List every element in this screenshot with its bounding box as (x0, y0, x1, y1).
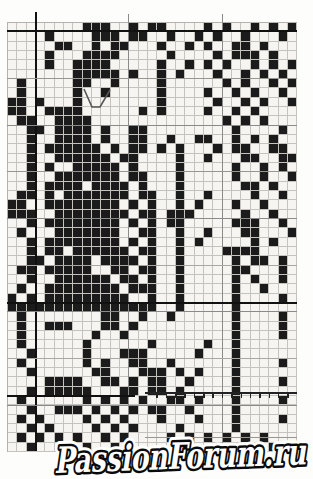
grid-cell (176, 405, 185, 414)
grid-cell (17, 377, 26, 386)
grid-cell (17, 322, 26, 331)
grid-cell (101, 284, 110, 293)
grid-cell (17, 415, 26, 424)
grid-cell (148, 424, 157, 433)
row-line-b31 (7, 311, 297, 312)
grid-cell (279, 247, 288, 256)
grid-cell (64, 182, 73, 191)
grid-cell (167, 79, 176, 88)
grid-cell (251, 126, 260, 135)
grid-cell (288, 340, 297, 349)
grid-cell (55, 322, 64, 331)
grid-cell (204, 182, 213, 191)
grid-cell (36, 247, 45, 256)
grid-cell (148, 172, 157, 181)
grid-cell (139, 32, 148, 41)
grid-cell (223, 172, 232, 181)
grid-cell (279, 312, 288, 321)
grid-cell (55, 266, 64, 275)
grid-cell (288, 51, 297, 60)
grid-cell (101, 107, 110, 116)
grid-cell (167, 322, 176, 331)
grid-cell (148, 200, 157, 209)
grid-cell (279, 88, 288, 97)
grid-cell (204, 443, 213, 452)
grid-cell (64, 322, 73, 331)
grid-cell (92, 275, 101, 284)
grid-cell (101, 172, 110, 181)
grid-cell (64, 443, 73, 452)
grid-cell (8, 88, 17, 97)
grid-cell (111, 266, 120, 275)
grid-cell (45, 154, 54, 163)
grid-cell (185, 200, 194, 209)
grid-cell (157, 322, 166, 331)
grid-cell (55, 126, 64, 135)
grid-cell (204, 377, 213, 386)
grid-cell (185, 154, 194, 163)
grid-cell (185, 247, 194, 256)
grid-cell (251, 154, 260, 163)
grid-cell (45, 368, 54, 377)
fringe-tick (175, 392, 176, 398)
grid-cell (232, 144, 241, 153)
grid-cell (260, 126, 269, 135)
grid-cell (73, 79, 82, 88)
grid-cell (195, 135, 204, 144)
grid-cell (251, 322, 260, 331)
grid-cell (129, 340, 138, 349)
grid-cell (269, 266, 278, 275)
grid-cell (17, 144, 26, 153)
grid-cell (83, 60, 92, 69)
grid-cell (167, 312, 176, 321)
grid-cell (45, 107, 54, 116)
grid-cell (241, 182, 250, 191)
grid-cell (223, 88, 232, 97)
grid-cell (167, 377, 176, 386)
grid-cell (92, 42, 101, 51)
grid-cell (185, 331, 194, 340)
grid-cell (8, 200, 17, 209)
grid-cell (92, 32, 101, 41)
grid-cell (288, 154, 297, 163)
grid-cell (167, 238, 176, 247)
grid-cell (157, 135, 166, 144)
grid-cell (111, 433, 120, 442)
fringe-tick (212, 392, 213, 398)
grid-cell (232, 228, 241, 237)
grid-cell (232, 126, 241, 135)
grid-cell (83, 284, 92, 293)
grid-cell (185, 424, 194, 433)
grid-cell (204, 415, 213, 424)
grid-cell (92, 200, 101, 209)
grid-cell (129, 51, 138, 60)
grid-cell (176, 368, 185, 377)
grid-cell (269, 415, 278, 424)
grid-cell (241, 424, 250, 433)
grid-cell (288, 79, 297, 88)
grid-cell (8, 60, 17, 69)
grid-cell (8, 368, 17, 377)
grid-cell (232, 284, 241, 293)
grid-cell (92, 322, 101, 331)
grid-cell (279, 42, 288, 51)
grid-cell (269, 126, 278, 135)
grid-cell (55, 433, 64, 442)
grid-cell (223, 340, 232, 349)
grid-cell (129, 219, 138, 228)
grid-cell (17, 238, 26, 247)
grid-cell (157, 377, 166, 386)
grid-cell (157, 368, 166, 377)
grid-cell (223, 51, 232, 60)
grid-cell (269, 182, 278, 191)
grid-cell (269, 135, 278, 144)
grid-cell (45, 135, 54, 144)
grid-cell (157, 219, 166, 228)
grid-cell (148, 322, 157, 331)
grid-cell (157, 172, 166, 181)
grid-cell (157, 182, 166, 191)
grid-cell (45, 284, 54, 293)
grid-cell (251, 405, 260, 414)
grid-cell (17, 275, 26, 284)
grid-cell (195, 172, 204, 181)
grid-cell (204, 42, 213, 51)
grid-cell (176, 182, 185, 191)
grid-cell (167, 32, 176, 41)
grid-cell (260, 228, 269, 237)
grid-cell (157, 424, 166, 433)
grid-cell (223, 135, 232, 144)
grid-cell (83, 200, 92, 209)
grid-cell (251, 42, 260, 51)
grid-cell (167, 228, 176, 237)
grid-cell (260, 322, 269, 331)
grid-cell (223, 219, 232, 228)
grid-cell (8, 126, 17, 135)
grid-cell (36, 443, 45, 452)
grid-cell (232, 182, 241, 191)
grid-cell (223, 368, 232, 377)
grid-cell (83, 51, 92, 60)
grid-cell (260, 98, 269, 107)
grid-cell (241, 107, 250, 116)
grid-cell (92, 79, 101, 88)
grid-cell (17, 368, 26, 377)
grid-cell (195, 107, 204, 116)
grid-cell (288, 42, 297, 51)
grid-cell (279, 405, 288, 414)
grid-cell (251, 424, 260, 433)
grid-cell (204, 405, 213, 414)
grid-cell (92, 154, 101, 163)
grid-cell (73, 359, 82, 368)
fringe-tick (231, 392, 232, 398)
grid-cell (204, 266, 213, 275)
pattern-chart-page: PassionForum.ru PassionForum.ru (0, 0, 313, 479)
grid-cell (139, 424, 148, 433)
grid-cell (269, 377, 278, 386)
grid-cell (45, 172, 54, 181)
grid-cell (232, 79, 241, 88)
grid-cell (167, 144, 176, 153)
grid-cell (55, 88, 64, 97)
grid-cell (241, 238, 250, 247)
grid-cell (185, 79, 194, 88)
grid-cell (55, 60, 64, 69)
grid-cell (241, 144, 250, 153)
grid-cell (139, 275, 148, 284)
grid-cell (251, 60, 260, 69)
grid-cell (64, 98, 73, 107)
grid-cell (232, 322, 241, 331)
grid-cell (17, 79, 26, 88)
grid-cell (195, 88, 204, 97)
grid-cell (101, 266, 110, 275)
grid-cell (139, 284, 148, 293)
grid-cell (251, 172, 260, 181)
grid-cell (288, 415, 297, 424)
grid-cell (8, 322, 17, 331)
grid-cell (111, 154, 120, 163)
grid-cell (8, 415, 17, 424)
grid-cell (251, 228, 260, 237)
grid-cell (176, 266, 185, 275)
grid-cell (157, 228, 166, 237)
grid-cell (157, 126, 166, 135)
grid-cell (83, 135, 92, 144)
grid-cell (232, 88, 241, 97)
grid-cell (279, 172, 288, 181)
grid-cell (251, 275, 260, 284)
grid-cell (167, 284, 176, 293)
grid-cell (55, 405, 64, 414)
grid-cell (73, 42, 82, 51)
grid-cell (64, 359, 73, 368)
grid-cell (101, 219, 110, 228)
grid-cell (83, 182, 92, 191)
grid-cell (64, 219, 73, 228)
grid-cell (73, 312, 82, 321)
grid-cell (176, 172, 185, 181)
grid-cell (92, 424, 101, 433)
grid-cell (8, 219, 17, 228)
grid-cell (73, 405, 82, 414)
grid-cell (185, 135, 194, 144)
grid-cell (83, 405, 92, 414)
grid-cell (204, 359, 213, 368)
grid-cell (129, 200, 138, 209)
grid-cell (101, 312, 110, 321)
grid-cell (73, 98, 82, 107)
row-line-b41 (7, 405, 297, 406)
grid-cell (36, 377, 45, 386)
grid-cell (36, 144, 45, 153)
grid-cell (251, 191, 260, 200)
grid-cell (101, 51, 110, 60)
grid-cell (36, 126, 45, 135)
grid-cell (45, 247, 54, 256)
grid-cell (157, 88, 166, 97)
grid-cell (8, 238, 17, 247)
grid-cell (55, 42, 64, 51)
grid-cell (167, 433, 176, 442)
grid-cell (195, 340, 204, 349)
grid-cell (45, 42, 54, 51)
grid-cell (129, 331, 138, 340)
grid-cell (269, 60, 278, 69)
row-line-b16 (7, 171, 297, 172)
grid-cell (8, 266, 17, 275)
grid-cell (148, 247, 157, 256)
grid-cell (288, 322, 297, 331)
grid-cell (195, 284, 204, 293)
grid-cell (185, 415, 194, 424)
grid-cell (279, 322, 288, 331)
grid-cell (167, 443, 176, 452)
grid-cell (288, 191, 297, 200)
grid-cell (269, 98, 278, 107)
grid-cell (260, 284, 269, 293)
grid-cell (204, 340, 213, 349)
grid-cell (241, 359, 250, 368)
grid-cell (185, 60, 194, 69)
grid-cell (45, 377, 54, 386)
grid-cell (139, 191, 148, 200)
grid-cell (232, 135, 241, 144)
grid-cell (129, 60, 138, 69)
grid-cell (148, 98, 157, 107)
grid-cell (204, 368, 213, 377)
grid-cell (288, 172, 297, 181)
grid-cell (279, 368, 288, 377)
grid-cell (279, 154, 288, 163)
grid-cell (223, 424, 232, 433)
grid-cell (45, 443, 54, 452)
grid-cell (157, 191, 166, 200)
grid-cell (148, 51, 157, 60)
grid-cell (288, 284, 297, 293)
grid-cell (232, 405, 241, 414)
grid-cell (223, 182, 232, 191)
grid-cell (83, 322, 92, 331)
grid-cell (17, 51, 26, 60)
grid-cell (251, 219, 260, 228)
grid-cell (139, 107, 148, 116)
grid-cell (129, 433, 138, 442)
grid-cell (139, 182, 148, 191)
grid-cell (223, 322, 232, 331)
grid-cell (17, 433, 26, 442)
grid-cell (176, 219, 185, 228)
grid-cell (73, 126, 82, 135)
grid-cell (251, 284, 260, 293)
grid-cell (8, 443, 17, 452)
grid-cell (288, 200, 297, 209)
grid-cell (185, 182, 194, 191)
grid-cell (139, 79, 148, 88)
grid-cell (101, 191, 110, 200)
grid-cell (64, 247, 73, 256)
grid-cell (55, 79, 64, 88)
grid-cell (45, 228, 54, 237)
grid-cell (55, 219, 64, 228)
grid-cell (129, 191, 138, 200)
grid-cell (251, 331, 260, 340)
grid-cell (269, 88, 278, 97)
grid-cell (204, 135, 213, 144)
grid-cell (204, 107, 213, 116)
grid-cell (101, 443, 110, 452)
grid-cell (204, 144, 213, 153)
grid-cell (139, 88, 148, 97)
grid-cell (73, 32, 82, 41)
grid-cell (83, 433, 92, 442)
grid-cell (101, 182, 110, 191)
grid-cell (45, 415, 54, 424)
grid-cell (55, 275, 64, 284)
grid-cell (139, 135, 148, 144)
grid-cell (148, 228, 157, 237)
grid-cell (129, 88, 138, 97)
grid-cell (167, 182, 176, 191)
grid-cell (204, 275, 213, 284)
grid-cell (129, 415, 138, 424)
grid-cell (195, 219, 204, 228)
grid-cell (73, 433, 82, 442)
grid-cell (241, 443, 250, 452)
grid-cell (204, 238, 213, 247)
grid-cell (288, 98, 297, 107)
grid-cell (129, 32, 138, 41)
grid-cell (176, 200, 185, 209)
grid-cell (241, 126, 250, 135)
grid-cell (195, 405, 204, 414)
fringe-tick (278, 392, 279, 398)
grid-cell (223, 377, 232, 386)
grid-cell (269, 42, 278, 51)
grid-cell (139, 433, 148, 442)
grid-cell (195, 433, 204, 442)
grid-cell (45, 144, 54, 153)
grid-cell (73, 368, 82, 377)
grid-cell (148, 331, 157, 340)
grid-cell (8, 424, 17, 433)
grid-cell (111, 172, 120, 181)
grid-cell (8, 275, 17, 284)
grid-cell (288, 219, 297, 228)
grid-cell (223, 126, 232, 135)
grid-cell (17, 340, 26, 349)
grid-cell (260, 42, 269, 51)
grid-cell (176, 377, 185, 386)
grid-cell (55, 154, 64, 163)
grid-cell (167, 135, 176, 144)
grid-cell (17, 424, 26, 433)
grid-cell (251, 443, 260, 452)
grid-cell (269, 424, 278, 433)
grid-cell (241, 284, 250, 293)
grid-cell (269, 322, 278, 331)
grid-cell (232, 359, 241, 368)
grid-cell (167, 154, 176, 163)
grid-cell (45, 32, 54, 41)
grid-cell (45, 60, 54, 69)
grid-cell (73, 219, 82, 228)
